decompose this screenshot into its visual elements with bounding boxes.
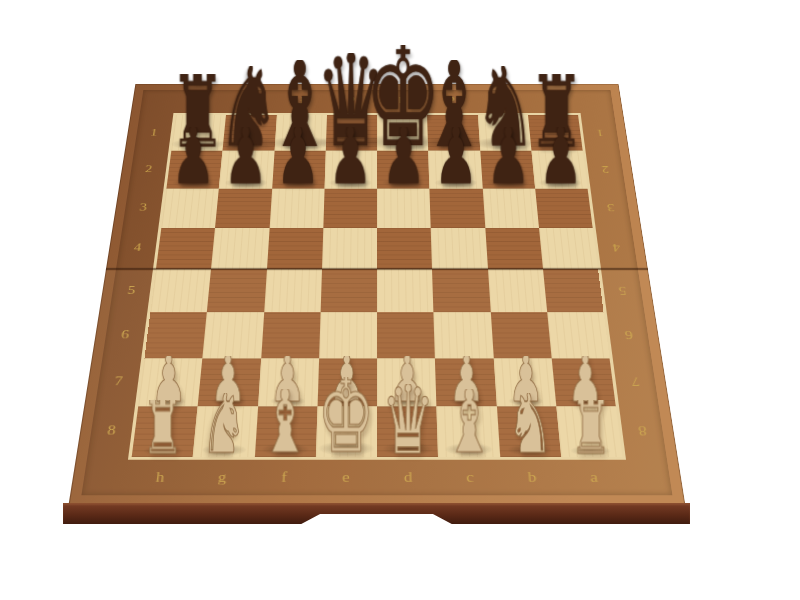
square-e2[interactable]: ♟ [324, 151, 377, 189]
square-c2[interactable]: ♟ [428, 151, 482, 189]
piece-dark-pawn[interactable]: ♟ [434, 128, 478, 187]
square-c8[interactable]: ♝ [437, 406, 500, 457]
square-a8[interactable]: ♜ [556, 406, 622, 457]
piece-light-knight[interactable]: ♞ [507, 393, 553, 455]
square-f8[interactable]: ♝ [254, 406, 317, 457]
square-c4[interactable] [431, 228, 488, 269]
piece-light-bishop[interactable]: ♝ [444, 389, 493, 455]
square-h8[interactable]: ♜ [132, 406, 198, 457]
piece-light-bishop[interactable]: ♝ [261, 389, 310, 455]
piece-dark-pawn[interactable]: ♟ [171, 128, 215, 187]
square-a3[interactable] [535, 188, 593, 227]
square-f3[interactable] [269, 188, 324, 227]
square-e4[interactable] [322, 228, 377, 269]
square-b3[interactable] [482, 188, 538, 227]
square-g2[interactable]: ♟ [219, 151, 274, 189]
piece-dark-pawn[interactable]: ♟ [223, 128, 267, 187]
square-h2[interactable]: ♟ [166, 151, 222, 189]
square-b2[interactable]: ♟ [480, 151, 535, 189]
piece-light-king[interactable]: ♚ [318, 377, 376, 455]
piece-dark-pawn[interactable]: ♟ [276, 128, 320, 187]
square-g8[interactable]: ♞ [193, 406, 258, 457]
square-b8[interactable]: ♞ [496, 406, 561, 457]
piece-light-rook[interactable]: ♜ [142, 399, 183, 455]
square-e3[interactable] [323, 188, 377, 227]
square-f2[interactable]: ♟ [272, 151, 326, 189]
square-b4[interactable] [485, 228, 543, 269]
square-d4[interactable] [377, 228, 432, 269]
piece-light-knight[interactable]: ♞ [201, 393, 247, 455]
chess-board: ♜♞♝♛♚♝♞♜♟♟♟♟♟♟♟♟♟♟♟♟♟♟♟♟♜♞♝♚♛♝♞♜ 1122334… [68, 84, 685, 505]
square-f4[interactable] [267, 228, 324, 269]
piece-dark-pawn[interactable]: ♟ [329, 128, 373, 187]
square-h3[interactable] [161, 188, 219, 227]
piece-dark-pawn[interactable]: ♟ [539, 128, 583, 187]
square-d8[interactable]: ♛ [377, 406, 438, 457]
piece-light-queen[interactable]: ♛ [381, 384, 434, 455]
square-e8[interactable]: ♚ [316, 406, 377, 457]
square-c3[interactable] [430, 188, 485, 227]
board-front-edge-with-handle-notch [63, 503, 690, 524]
piece-dark-pawn[interactable]: ♟ [486, 128, 530, 187]
square-g4[interactable] [211, 228, 269, 269]
square-a2[interactable]: ♟ [531, 151, 587, 189]
photo-background: ♜♞♝♛♚♝♞♜♟♟♟♟♟♟♟♟♟♟♟♟♟♟♟♟♜♞♝♚♛♝♞♜ 1122334… [0, 0, 800, 600]
piece-light-rook[interactable]: ♜ [571, 399, 612, 455]
square-d2[interactable]: ♟ [377, 151, 430, 189]
square-h4[interactable] [156, 228, 215, 269]
square-d3[interactable] [377, 188, 431, 227]
square-g3[interactable] [215, 188, 271, 227]
piece-dark-pawn[interactable]: ♟ [381, 128, 425, 187]
square-a4[interactable] [539, 228, 598, 269]
